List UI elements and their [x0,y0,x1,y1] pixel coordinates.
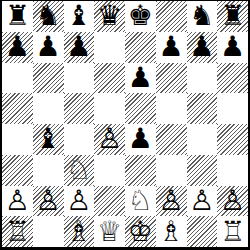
square-e8[interactable]: ♚ [125,1,156,32]
square-g5[interactable] [187,93,218,124]
black-pawn: ♟ [159,33,184,61]
square-f4[interactable] [156,124,187,155]
black-rook: ♜ [220,2,245,30]
black-pawn: ♟ [128,64,153,92]
square-f7[interactable]: ♟ [156,32,187,63]
square-g7[interactable]: ♟ [187,32,218,63]
square-d3[interactable] [94,155,125,186]
white-king: ♔ [128,218,153,246]
square-f1[interactable]: ♗ [156,216,187,247]
square-d5[interactable] [94,93,125,124]
square-h1[interactable]: ♖ [217,216,248,247]
square-h6[interactable] [217,63,248,94]
square-c8[interactable]: ♝ [64,1,95,32]
square-b5[interactable] [33,93,64,124]
square-c5[interactable] [64,93,95,124]
white-pawn: ♙ [36,187,61,215]
white-bishop: ♗ [159,218,184,246]
square-g1[interactable] [187,216,218,247]
square-f5[interactable] [156,93,187,124]
square-a3[interactable] [2,155,33,186]
square-c2[interactable]: ♙ [64,186,95,217]
white-pawn: ♙ [159,187,184,215]
white-bishop: ♗ [66,218,91,246]
square-e2[interactable]: ♘ [125,186,156,217]
square-b3[interactable] [33,155,64,186]
square-g2[interactable]: ♙ [187,186,218,217]
black-pawn: ♟ [66,33,91,61]
square-a6[interactable] [2,63,33,94]
white-pawn: ♙ [220,187,245,215]
square-b8[interactable]: ♞ [33,1,64,32]
square-e3[interactable] [125,155,156,186]
black-pawn: ♟ [5,33,30,61]
square-c6[interactable] [64,63,95,94]
white-pawn: ♙ [5,187,30,215]
square-b4[interactable]: ♝ [33,124,64,155]
black-knight: ♞ [189,2,214,30]
square-c3[interactable]: ♘ [64,155,95,186]
white-queen: ♕ [97,218,122,246]
black-knight: ♞ [36,2,61,30]
square-a7[interactable]: ♟ [2,32,33,63]
square-e7[interactable] [125,32,156,63]
square-h5[interactable] [217,93,248,124]
square-b6[interactable] [33,63,64,94]
white-pawn: ♙ [66,187,91,215]
square-f3[interactable] [156,155,187,186]
square-e4[interactable]: ♟ [125,124,156,155]
square-a1[interactable]: ♖ [2,216,33,247]
chess-board: ♜♞♝♛♚♞♜♟♟♟♟♟♟♟♝♙♟♘♙♙♙♘♙♙♙♖♗♕♔♗♖ [2,1,248,247]
chess-board-frame: ♜♞♝♛♚♞♜♟♟♟♟♟♟♟♝♙♟♘♙♙♙♘♙♙♙♖♗♕♔♗♖ [0,0,250,250]
square-f6[interactable] [156,63,187,94]
white-pawn: ♙ [97,125,122,153]
black-pawn: ♟ [220,33,245,61]
square-h8[interactable]: ♜ [217,1,248,32]
square-d8[interactable]: ♛ [94,1,125,32]
square-d4[interactable]: ♙ [94,124,125,155]
black-bishop: ♝ [66,2,91,30]
black-pawn: ♟ [36,33,61,61]
white-rook: ♖ [220,218,245,246]
square-a2[interactable]: ♙ [2,186,33,217]
square-h4[interactable] [217,124,248,155]
square-e1[interactable]: ♔ [125,216,156,247]
square-c1[interactable]: ♗ [64,216,95,247]
black-king: ♚ [128,2,153,30]
square-e5[interactable] [125,93,156,124]
white-knight: ♘ [66,156,91,184]
square-d1[interactable]: ♕ [94,216,125,247]
square-h3[interactable] [217,155,248,186]
square-g3[interactable] [187,155,218,186]
white-pawn: ♙ [189,187,214,215]
black-pawn: ♟ [128,125,153,153]
black-queen: ♛ [97,2,122,30]
white-rook: ♖ [5,218,30,246]
square-f2[interactable]: ♙ [156,186,187,217]
square-d6[interactable] [94,63,125,94]
square-c7[interactable]: ♟ [64,32,95,63]
square-a8[interactable]: ♜ [2,1,33,32]
square-a5[interactable] [2,93,33,124]
square-c4[interactable] [64,124,95,155]
square-e6[interactable]: ♟ [125,63,156,94]
square-b1[interactable] [33,216,64,247]
square-h7[interactable]: ♟ [217,32,248,63]
square-d2[interactable] [94,186,125,217]
square-a4[interactable] [2,124,33,155]
black-bishop: ♝ [36,125,61,153]
square-h2[interactable]: ♙ [217,186,248,217]
black-pawn: ♟ [189,33,214,61]
square-d7[interactable] [94,32,125,63]
square-f8[interactable] [156,1,187,32]
square-b7[interactable]: ♟ [33,32,64,63]
black-rook: ♜ [5,2,30,30]
white-knight: ♘ [128,187,153,215]
square-g8[interactable]: ♞ [187,1,218,32]
square-g6[interactable] [187,63,218,94]
square-b2[interactable]: ♙ [33,186,64,217]
square-g4[interactable] [187,124,218,155]
